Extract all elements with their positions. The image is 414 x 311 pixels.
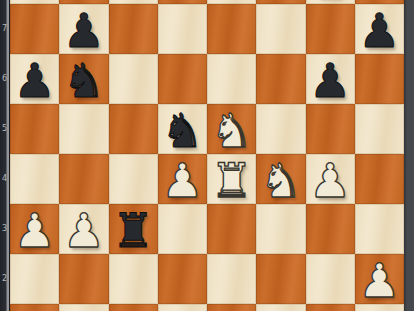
square-b6[interactable]: ♞	[59, 54, 108, 104]
square-g2[interactable]	[306, 254, 355, 304]
square-e4[interactable]: ♜	[207, 154, 256, 204]
square-e1[interactable]	[207, 304, 256, 311]
square-f2[interactable]	[256, 254, 305, 304]
piece-black-pawn-a6[interactable]: ♟	[10, 56, 59, 106]
square-e7[interactable]	[207, 4, 256, 54]
board-frame-left: 765432	[0, 0, 10, 311]
piece-black-knight-b6[interactable]: ♞	[59, 56, 108, 106]
piece-white-pawn-h2[interactable]: ♟	[355, 256, 404, 306]
square-d7[interactable]	[158, 4, 207, 54]
piece-white-knight-f4[interactable]: ♞	[256, 156, 305, 206]
square-g1[interactable]: ♚	[306, 304, 355, 311]
square-g5[interactable]	[306, 104, 355, 154]
piece-black-rook-c3[interactable]: ♜	[109, 206, 158, 256]
square-f3[interactable]	[256, 204, 305, 254]
piece-black-pawn-b7[interactable]: ♟	[59, 6, 108, 56]
square-d1[interactable]	[158, 304, 207, 311]
square-e2[interactable]	[207, 254, 256, 304]
piece-white-knight-e5[interactable]: ♞	[207, 106, 256, 156]
square-e3[interactable]	[207, 204, 256, 254]
chess-board-widget: ♚♟♟♟♞♟♞♞♟♜♞♟♟♟♜♟♚ 765432	[0, 0, 414, 311]
square-b7[interactable]: ♟	[59, 4, 108, 54]
square-h5[interactable]	[355, 104, 404, 154]
piece-white-pawn-b3[interactable]: ♟	[59, 206, 108, 256]
square-d5[interactable]: ♞	[158, 104, 207, 154]
square-h6[interactable]	[355, 54, 404, 104]
square-a3[interactable]: ♟	[10, 204, 59, 254]
rank-label-4: 4	[0, 173, 9, 185]
square-e5[interactable]: ♞	[207, 104, 256, 154]
square-h3[interactable]	[355, 204, 404, 254]
square-c1[interactable]	[109, 304, 158, 311]
square-c7[interactable]	[109, 4, 158, 54]
square-f4[interactable]: ♞	[256, 154, 305, 204]
square-f1[interactable]	[256, 304, 305, 311]
square-g6[interactable]: ♟	[306, 54, 355, 104]
square-d6[interactable]	[158, 54, 207, 104]
square-e6[interactable]	[207, 54, 256, 104]
square-g3[interactable]	[306, 204, 355, 254]
rank-label-5: 5	[0, 123, 9, 135]
rank-label-6: 6	[0, 73, 9, 85]
square-b3[interactable]: ♟	[59, 204, 108, 254]
square-a7[interactable]	[10, 4, 59, 54]
square-h2[interactable]: ♟	[355, 254, 404, 304]
piece-white-rook-e4[interactable]: ♜	[207, 156, 256, 206]
square-f5[interactable]	[256, 104, 305, 154]
square-c6[interactable]	[109, 54, 158, 104]
square-a4[interactable]	[10, 154, 59, 204]
square-d3[interactable]	[158, 204, 207, 254]
square-a1[interactable]	[10, 304, 59, 311]
chess-board: ♚♟♟♟♞♟♞♞♟♜♞♟♟♟♜♟♚	[10, 0, 404, 311]
piece-black-pawn-h7[interactable]: ♟	[355, 6, 404, 56]
piece-white-pawn-a3[interactable]: ♟	[10, 206, 59, 256]
square-b2[interactable]	[59, 254, 108, 304]
square-f7[interactable]	[256, 4, 305, 54]
square-g4[interactable]: ♟	[306, 154, 355, 204]
square-c2[interactable]	[109, 254, 158, 304]
square-f6[interactable]	[256, 54, 305, 104]
square-a2[interactable]	[10, 254, 59, 304]
rank-label-3: 3	[0, 223, 9, 235]
square-g7[interactable]	[306, 4, 355, 54]
square-d2[interactable]	[158, 254, 207, 304]
square-h4[interactable]	[355, 154, 404, 204]
square-h1[interactable]	[355, 304, 404, 311]
square-h7[interactable]: ♟	[355, 4, 404, 54]
square-c3[interactable]: ♜	[109, 204, 158, 254]
rank-label-2: 2	[0, 273, 9, 285]
board-viewport: ♚♟♟♟♞♟♞♞♟♜♞♟♟♟♜♟♚	[10, 0, 404, 311]
square-a5[interactable]	[10, 104, 59, 154]
square-b4[interactable]	[59, 154, 108, 204]
square-c4[interactable]	[109, 154, 158, 204]
piece-white-pawn-d4[interactable]: ♟	[158, 156, 207, 206]
square-b5[interactable]	[59, 104, 108, 154]
rank-label-7: 7	[0, 23, 9, 35]
square-c5[interactable]	[109, 104, 158, 154]
board-frame-right	[404, 0, 414, 311]
square-a6[interactable]: ♟	[10, 54, 59, 104]
piece-black-pawn-g6[interactable]: ♟	[306, 56, 355, 106]
piece-white-pawn-g4[interactable]: ♟	[306, 156, 355, 206]
piece-white-king-g1[interactable]: ♚	[306, 306, 355, 311]
square-d4[interactable]: ♟	[158, 154, 207, 204]
square-b1[interactable]	[59, 304, 108, 311]
piece-black-knight-d5[interactable]: ♞	[158, 106, 207, 156]
